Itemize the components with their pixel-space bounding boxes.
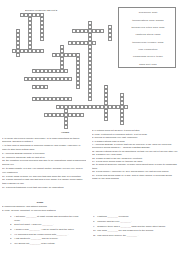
crossword-word-8: 8 (68, 41, 96, 45)
clue-text: 13. the condition of being prepared and … (2, 159, 86, 167)
exercise-item: 2.Don't get upset, I was only ________ . (10, 223, 84, 226)
crossword-cell[interactable] (64, 69, 68, 73)
down-intro-clues: 2. happening suddenly and without warnin… (2, 205, 88, 213)
crossword-word-11: 11 (76, 53, 80, 89)
crossword-word-2: 2 (28, 13, 32, 49)
exercise-item-text: We should not ________ of the victims. (14, 242, 84, 245)
crossword-word-16: 16 (24, 77, 72, 81)
crossword-cell[interactable] (120, 121, 124, 125)
crossword-word-9: 9 (108, 25, 112, 41)
clue-text: 15. to laugh at someone unkindly or make… (92, 163, 178, 170)
clue-text: 19. a long loud sound made by a dog, wol… (92, 173, 178, 180)
exercise-item-text: Suddenly there was a ________ bang and t… (97, 224, 177, 227)
exercise-item: 9.Suddenly there was a ________ bang and… (93, 224, 177, 227)
crossword-cell[interactable] (88, 97, 92, 101)
crossword-word-17: 17 (32, 85, 48, 89)
clue-number: 2 (29, 13, 30, 15)
crossword-word-x (64, 109, 68, 129)
crossword-cell[interactable] (16, 53, 20, 57)
clue-text: 19. a serious traditional event that can… (2, 185, 86, 189)
exercise-list-right: 7.Lightning ________ overhead.8.Thunder … (93, 215, 177, 255)
clue-text: 3. noisy, serious, important, or unexpec… (2, 208, 88, 211)
exercise-list-left: 1.I got home ________ at night; friends … (10, 215, 84, 255)
clue-number: 5 (41, 17, 42, 19)
exercise-item: 11.Two doors were broken: the ________ . (93, 234, 177, 237)
clue-text: 18. a small amount of light rain that fa… (2, 178, 86, 186)
exercise-item: 5.I just wanted to ________ and go to sl… (10, 237, 84, 240)
crossword-cell[interactable] (68, 97, 72, 101)
crossword-cell[interactable] (72, 53, 76, 57)
exercise-item-text: I got home ________ at night; friends ha… (14, 215, 84, 221)
exercise-item-text: Lightning ________ overhead. (97, 215, 177, 218)
clue-number: 10 (61, 45, 63, 47)
clue-number: 14 (33, 69, 35, 71)
clue-number: 8 (69, 41, 70, 43)
exercise-item: 1.I got home ________ at night; friends … (10, 215, 84, 221)
crossword-word-14: 14 (32, 69, 68, 73)
exercise-item-text: Thunder was the only ________ . (97, 220, 177, 223)
clue-number: 16 (25, 77, 27, 79)
crossword-cell[interactable] (40, 37, 44, 41)
crossword-cell[interactable] (40, 49, 44, 53)
exercise-item: 8.Thunder was the only ________ . (93, 220, 177, 223)
exercise-item-text: I heard a loud ________ . Had he forgot … (14, 228, 84, 231)
clue-number: 9 (109, 25, 110, 27)
exercise-item-text: The wind ________ her and pushed her to … (97, 229, 177, 232)
exercise-item: 6.We should not ________ of the victims. (10, 242, 84, 245)
clue-number: 18 (33, 97, 35, 99)
crossword-word-4: 4 (12, 49, 44, 53)
worksheet-page: Building vocabulary B2 unit 2 avalanche … (0, 0, 180, 255)
crossword-grid: 12354769810111213141516171819 (12, 13, 134, 133)
clue-number: 12 (89, 57, 91, 59)
crossword-cell[interactable] (92, 41, 96, 45)
crossword-word-15: 15 (104, 85, 108, 121)
clue-number: 6 (73, 29, 74, 31)
exercise-item: 4.He screamed and the crowd replied with… (10, 232, 84, 235)
clue-number: 17 (33, 85, 35, 87)
clue-number: 4 (13, 49, 14, 51)
exercise-item-text: Don't get upset, I was only ________ . (14, 223, 84, 226)
clue-number: 19 (57, 105, 59, 107)
crossword-cell[interactable] (108, 37, 112, 41)
clue-number: 1 (21, 13, 22, 15)
exercise-item-text: Two doors were broken: the ________ . (97, 234, 177, 237)
clue-number: 15 (105, 85, 107, 87)
crossword-cell[interactable] (64, 125, 68, 129)
clue-text: 1. to break into pieces violently and no… (2, 136, 86, 144)
exercise-item: 3.I heard a loud ________ . Had he forgo… (10, 228, 84, 231)
crossword-cell[interactable] (100, 29, 104, 33)
clue-text: 4. to take hold of something or someone … (2, 144, 86, 152)
across-clues-right: 2. if a storm does not weaken, it does n… (92, 129, 178, 199)
crossword-cell[interactable] (104, 117, 108, 121)
clue-number: 3 (17, 29, 18, 31)
crossword-word-5: 5 (40, 17, 44, 41)
crossword-word-13: 13 (52, 53, 76, 57)
crossword-cell[interactable] (44, 85, 48, 89)
clue-text: 16. to shake slightly in a way you canno… (2, 166, 86, 174)
crossword-cell[interactable] (68, 77, 72, 81)
crossword-cell[interactable] (80, 113, 84, 117)
exercise-item: 10.The wind ________ her and pushed her … (93, 229, 177, 232)
crossword-cell[interactable] (76, 85, 80, 89)
crossword-word-12: 12 (88, 57, 92, 101)
clue-number: 13 (53, 53, 55, 55)
crossword-word-7: 7 (88, 21, 92, 57)
exercise-item-text: I just wanted to ________ and go to slee… (14, 237, 84, 240)
crossword-word-x (120, 93, 124, 125)
exercise-item: 7.Lightning ________ overhead. (93, 215, 177, 218)
crossword-word-18: 18 (32, 97, 72, 101)
exercise-item-text: He screamed and the crowd replied with _… (14, 232, 84, 235)
across-clues-left: 1. to break into pieces violently and no… (2, 136, 86, 198)
crossword-word-6: 6 (72, 29, 104, 33)
clue-number: 11 (77, 53, 79, 55)
clue-number: 7 (89, 21, 90, 23)
crossword-cell[interactable] (124, 105, 128, 109)
clue-text: 9. American English: a vehicle that can … (92, 143, 178, 150)
